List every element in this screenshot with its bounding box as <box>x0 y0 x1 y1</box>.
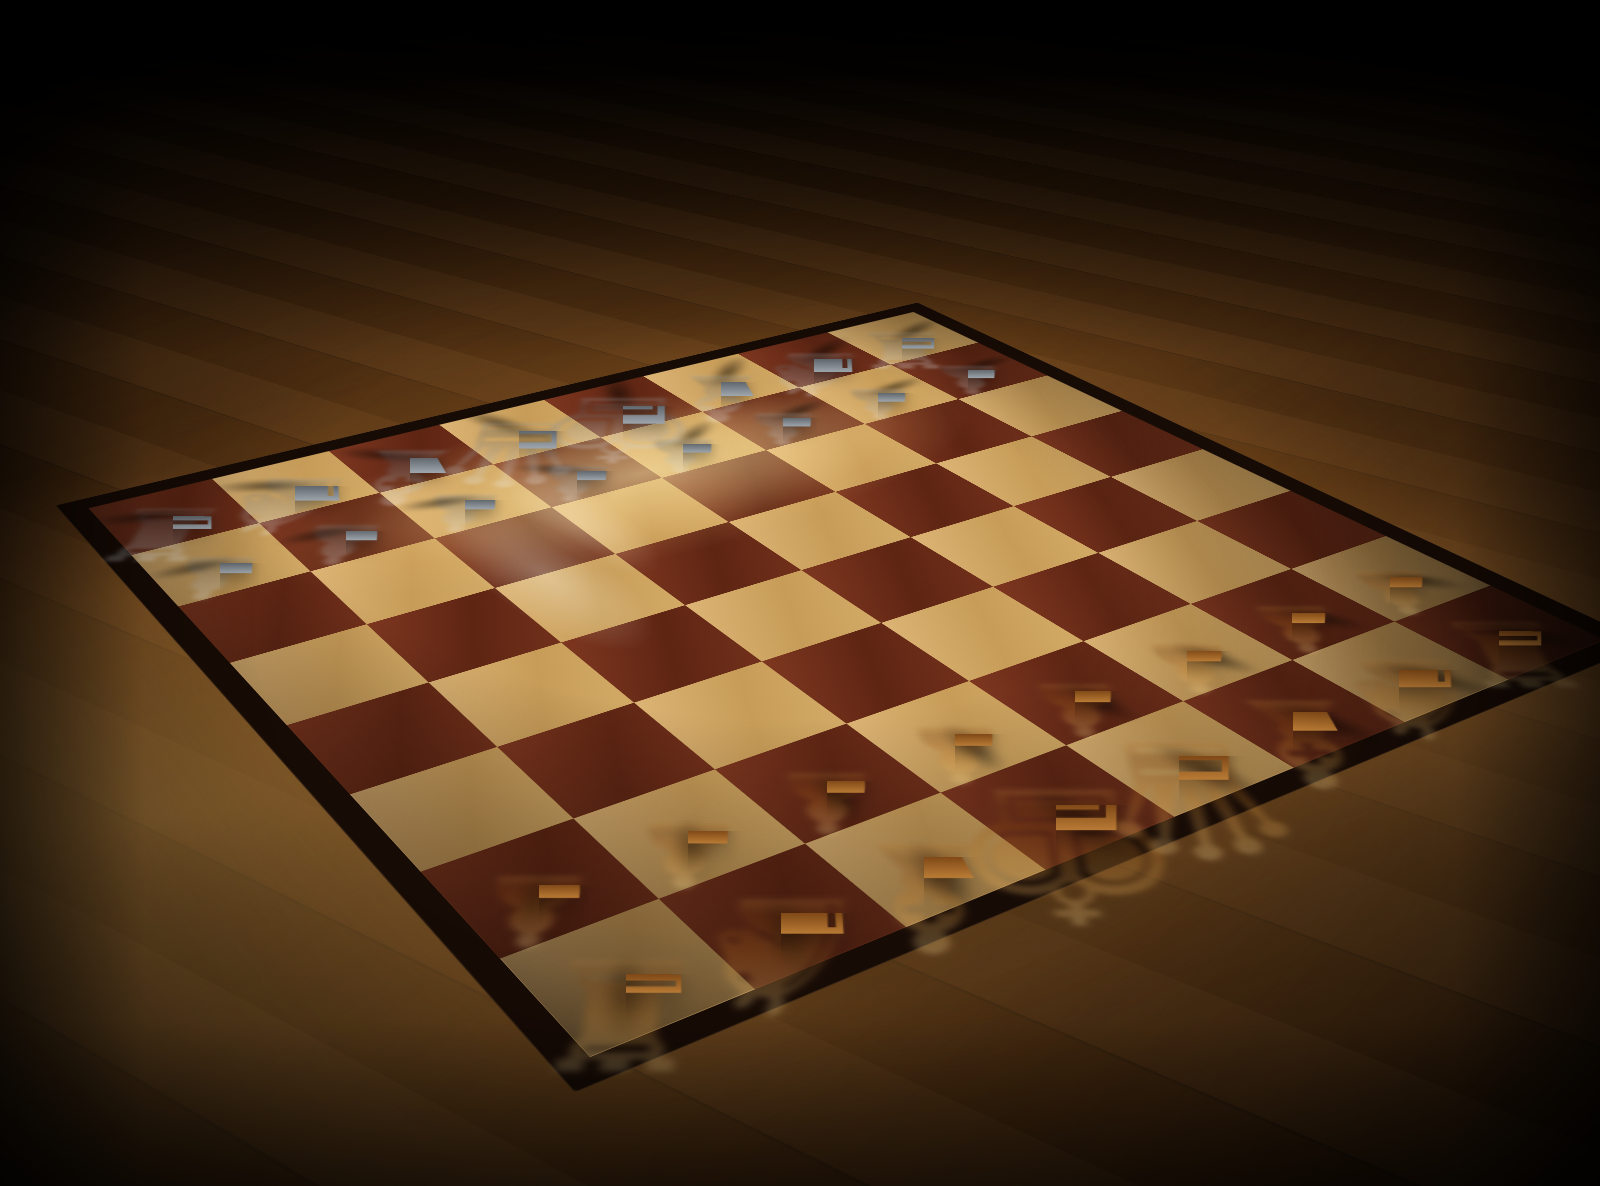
scene: ♜♜♞♞♝♝♛♛♚♚♝♝♞♞♜♜♟♟♟♟♟♟♟♟♟♟♟♟♟♟♟♟♟♟♟♟♟♟♟♟… <box>0 0 1600 1186</box>
